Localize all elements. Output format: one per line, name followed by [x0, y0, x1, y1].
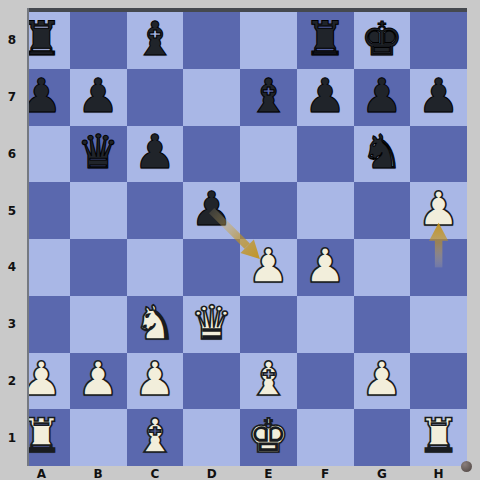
square-e8[interactable]: [240, 12, 297, 69]
chess-board: ♜♝♜♚♟♟♝♟♟♟♛♟♞♟♟♟♟♞♛♟♟♟♝♟♜♝♚♜: [13, 12, 467, 466]
square-b7[interactable]: ♟: [70, 69, 127, 126]
piece-white-king-e1[interactable]: ♚: [247, 412, 289, 459]
rank-label-3: 3: [0, 317, 24, 331]
square-d8[interactable]: [183, 12, 240, 69]
piece-white-pawn-h5[interactable]: ♟: [418, 185, 460, 232]
piece-black-knight-g6[interactable]: ♞: [361, 128, 403, 175]
piece-white-bishop-e2[interactable]: ♝: [247, 355, 289, 402]
piece-white-bishop-c1[interactable]: ♝: [134, 412, 176, 459]
square-h4[interactable]: [410, 239, 467, 296]
piece-white-pawn-e4[interactable]: ♟: [247, 242, 289, 289]
square-c1[interactable]: ♝: [127, 409, 184, 466]
square-b8[interactable]: [70, 12, 127, 69]
square-d3[interactable]: ♛: [183, 296, 240, 353]
rank-label-6: 6: [0, 147, 24, 161]
square-f8[interactable]: ♜: [297, 12, 354, 69]
square-b3[interactable]: [70, 296, 127, 353]
square-g6[interactable]: ♞: [354, 126, 411, 183]
piece-black-pawn-c6[interactable]: ♟: [134, 128, 176, 175]
board-frame-top: [0, 0, 480, 8]
square-e3[interactable]: [240, 296, 297, 353]
piece-black-pawn-b7[interactable]: ♟: [77, 72, 119, 119]
rank-label-1: 1: [0, 431, 24, 445]
rank-label-5: 5: [0, 204, 24, 218]
square-g3[interactable]: [354, 296, 411, 353]
square-c5[interactable]: [127, 182, 184, 239]
square-d6[interactable]: [183, 126, 240, 183]
square-e1[interactable]: ♚: [240, 409, 297, 466]
square-g4[interactable]: [354, 239, 411, 296]
square-c3[interactable]: ♞: [127, 296, 184, 353]
square-h8[interactable]: [410, 12, 467, 69]
piece-white-pawn-g2[interactable]: ♟: [361, 355, 403, 402]
file-label-H: H: [427, 467, 451, 480]
piece-black-pawn-f7[interactable]: ♟: [304, 72, 346, 119]
square-h6[interactable]: [410, 126, 467, 183]
square-d7[interactable]: [183, 69, 240, 126]
file-label-D: D: [200, 467, 224, 480]
corner-dot-icon: [461, 461, 472, 472]
file-label-E: E: [256, 467, 280, 480]
piece-white-knight-c3[interactable]: ♞: [134, 299, 176, 346]
rank-label-2: 2: [0, 374, 24, 388]
square-g7[interactable]: ♟: [354, 69, 411, 126]
piece-black-bishop-e7[interactable]: ♝: [247, 72, 289, 119]
square-c2[interactable]: ♟: [127, 353, 184, 410]
piece-black-pawn-d5[interactable]: ♟: [191, 185, 233, 232]
square-f6[interactable]: [297, 126, 354, 183]
square-g8[interactable]: ♚: [354, 12, 411, 69]
square-g2[interactable]: ♟: [354, 353, 411, 410]
square-f5[interactable]: [297, 182, 354, 239]
board-frame-left: [0, 0, 27, 480]
square-e6[interactable]: [240, 126, 297, 183]
square-f3[interactable]: [297, 296, 354, 353]
chess-board-widget: ♜♝♜♚♟♟♝♟♟♟♛♟♞♟♟♟♟♞♛♟♟♟♝♟♜♝♚♜ 87654321 AB…: [0, 0, 480, 480]
piece-white-queen-d3[interactable]: ♛: [191, 299, 233, 346]
piece-black-queen-b6[interactable]: ♛: [77, 128, 119, 175]
square-d4[interactable]: [183, 239, 240, 296]
file-label-C: C: [143, 467, 167, 480]
square-c8[interactable]: ♝: [127, 12, 184, 69]
file-label-F: F: [313, 467, 337, 480]
square-f1[interactable]: [297, 409, 354, 466]
piece-black-king-g8[interactable]: ♚: [361, 15, 403, 62]
file-label-B: B: [86, 467, 110, 480]
board-frame-bottom: [0, 466, 480, 480]
rank-label-8: 8: [0, 33, 24, 47]
square-h5[interactable]: ♟: [410, 182, 467, 239]
piece-black-rook-f8[interactable]: ♜: [304, 15, 346, 62]
square-e7[interactable]: ♝: [240, 69, 297, 126]
board-edge-shadow-left: [27, 8, 29, 466]
piece-white-pawn-c2[interactable]: ♟: [134, 355, 176, 402]
square-e2[interactable]: ♝: [240, 353, 297, 410]
square-b6[interactable]: ♛: [70, 126, 127, 183]
square-c7[interactable]: [127, 69, 184, 126]
square-c6[interactable]: ♟: [127, 126, 184, 183]
piece-black-pawn-g7[interactable]: ♟: [361, 72, 403, 119]
square-e5[interactable]: [240, 182, 297, 239]
square-g5[interactable]: [354, 182, 411, 239]
piece-white-pawn-f4[interactable]: ♟: [304, 242, 346, 289]
rank-label-7: 7: [0, 90, 24, 104]
square-h3[interactable]: [410, 296, 467, 353]
board-frame-right: [467, 0, 480, 480]
file-label-A: A: [29, 467, 53, 480]
square-h2[interactable]: [410, 353, 467, 410]
square-f7[interactable]: ♟: [297, 69, 354, 126]
square-c4[interactable]: [127, 239, 184, 296]
square-f4[interactable]: ♟: [297, 239, 354, 296]
rank-label-4: 4: [0, 260, 24, 274]
square-b1[interactable]: [70, 409, 127, 466]
square-h7[interactable]: ♟: [410, 69, 467, 126]
piece-white-pawn-b2[interactable]: ♟: [77, 355, 119, 402]
square-h1[interactable]: ♜: [410, 409, 467, 466]
square-b4[interactable]: [70, 239, 127, 296]
file-label-G: G: [370, 467, 394, 480]
square-d5[interactable]: ♟: [183, 182, 240, 239]
square-d1[interactable]: [183, 409, 240, 466]
square-f2[interactable]: [297, 353, 354, 410]
square-g1[interactable]: [354, 409, 411, 466]
square-b5[interactable]: [70, 182, 127, 239]
square-d2[interactable]: [183, 353, 240, 410]
piece-black-pawn-h7[interactable]: ♟: [418, 72, 460, 119]
piece-white-rook-h1[interactable]: ♜: [418, 412, 460, 459]
square-e4[interactable]: ♟: [240, 239, 297, 296]
square-b2[interactable]: ♟: [70, 353, 127, 410]
piece-black-bishop-c8[interactable]: ♝: [134, 15, 176, 62]
board-edge-shadow-top: [27, 8, 467, 12]
